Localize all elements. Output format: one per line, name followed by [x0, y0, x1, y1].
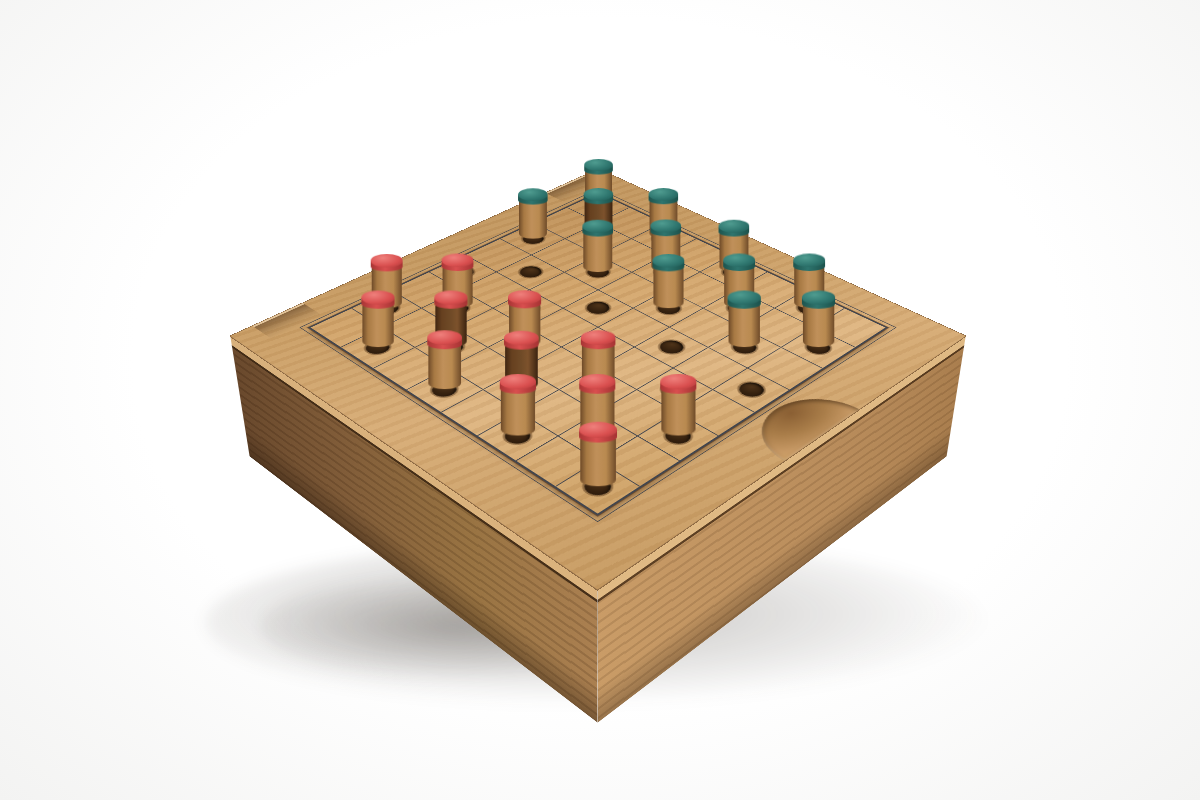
product-photo-scene: [0, 0, 1200, 800]
peg-cap-top: [584, 159, 613, 171]
peg-cap-top: [579, 422, 617, 438]
peg-cap-top: [728, 290, 761, 304]
peg-body: [653, 268, 683, 308]
peg-cap-top: [583, 220, 614, 233]
green-peg[interactable]: [652, 254, 684, 308]
peg-body: [362, 306, 393, 347]
peg-body: [803, 306, 834, 347]
peg-cap-top: [441, 254, 473, 268]
peg-cap-top: [580, 374, 616, 389]
peg-body: [661, 391, 695, 436]
peg-hole: [734, 380, 768, 400]
peg-hole: [655, 338, 688, 356]
peg-cap-top: [652, 254, 684, 268]
peg-cap-top: [723, 254, 755, 268]
red-peg[interactable]: [579, 422, 617, 487]
stage: [0, 0, 1200, 800]
peg-body: [428, 346, 461, 389]
red-peg[interactable]: [660, 374, 696, 436]
peg-cap-top: [802, 291, 835, 305]
green-peg[interactable]: [583, 220, 614, 272]
peg-body: [500, 391, 534, 436]
green-peg[interactable]: [518, 188, 548, 238]
peg-cap-top: [793, 254, 825, 268]
peg-cap-top: [504, 330, 539, 345]
peg-cap-top: [518, 188, 548, 201]
peg-cap-top: [361, 291, 394, 305]
red-peg[interactable]: [361, 291, 394, 348]
peg-cap-top: [583, 188, 613, 201]
peg-cap-top: [371, 254, 403, 268]
peg-body: [729, 306, 760, 347]
peg-body: [580, 439, 616, 486]
peg-cap-top: [649, 188, 679, 201]
peg-cap-top: [660, 374, 696, 389]
peg-hole: [582, 300, 614, 317]
peg-cap-top: [580, 330, 615, 345]
peg-hole: [515, 264, 545, 280]
red-peg[interactable]: [499, 374, 535, 436]
green-peg[interactable]: [802, 291, 835, 348]
peg-body: [519, 202, 547, 239]
peg-cap-top: [499, 374, 535, 389]
peg-cap-top: [435, 290, 468, 304]
green-peg[interactable]: [728, 290, 761, 347]
peg-cap-top: [718, 220, 749, 233]
peg-body: [584, 234, 613, 272]
red-peg[interactable]: [427, 331, 462, 390]
lid-corner-notch: [252, 303, 328, 343]
